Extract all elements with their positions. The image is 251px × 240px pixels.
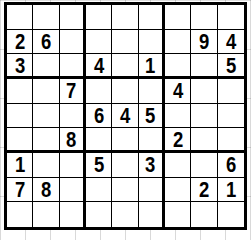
cell-r2c8[interactable]: 9 — [191, 30, 217, 55]
cell-r8c8[interactable]: 2 — [191, 178, 217, 203]
cell-r4c1[interactable] — [7, 79, 33, 104]
cell-r9c2[interactable] — [33, 202, 59, 227]
cell-r9c6[interactable] — [139, 202, 165, 227]
cell-r8c9[interactable]: 1 — [218, 178, 244, 203]
cell-r3c1[interactable]: 3 — [7, 54, 33, 79]
cell-r4c6[interactable] — [139, 79, 165, 104]
cell-r9c8[interactable] — [191, 202, 217, 227]
cell-r3c5[interactable] — [112, 54, 138, 79]
cell-r1c3[interactable] — [60, 5, 86, 30]
cell-r9c9[interactable] — [218, 202, 244, 227]
cell-r6c2[interactable] — [33, 128, 59, 153]
cell-r2c6[interactable] — [139, 30, 165, 55]
given-digit-r7c9: 6 — [226, 153, 236, 176]
cell-r2c2[interactable]: 6 — [33, 30, 59, 55]
given-digit-r8c9: 1 — [226, 178, 236, 201]
cell-r7c8[interactable] — [191, 153, 217, 178]
cell-r5c4[interactable]: 6 — [86, 104, 112, 129]
given-digit-r3c9: 5 — [226, 54, 236, 76]
given-digit-r5c6: 5 — [145, 104, 155, 127]
cell-r2c5[interactable] — [112, 30, 138, 55]
given-digit-r7c4: 5 — [94, 153, 104, 176]
cell-r5c1[interactable] — [7, 104, 33, 129]
cell-r8c1[interactable]: 7 — [7, 178, 33, 203]
cell-r3c7[interactable] — [165, 54, 191, 79]
given-digit-r3c4: 4 — [94, 54, 104, 76]
given-digit-r7c1: 1 — [15, 153, 25, 176]
cell-r1c5[interactable] — [112, 5, 138, 30]
given-digit-r6c7: 2 — [173, 128, 183, 150]
cell-r7c4[interactable]: 5 — [86, 153, 112, 178]
cell-r4c3[interactable]: 7 — [60, 79, 86, 104]
given-digit-r5c5: 4 — [120, 104, 130, 127]
cell-r2c3[interactable] — [60, 30, 86, 55]
cell-r1c6[interactable] — [139, 5, 165, 30]
cell-r7c2[interactable] — [33, 153, 59, 178]
cell-r8c4[interactable] — [86, 178, 112, 203]
spreadsheet-background: 26943415746458215367821 — [0, 0, 251, 240]
cell-r6c7[interactable]: 2 — [165, 128, 191, 153]
cell-r8c3[interactable] — [60, 178, 86, 203]
cell-r7c1[interactable]: 1 — [7, 153, 33, 178]
cell-r8c7[interactable] — [165, 178, 191, 203]
cell-r1c1[interactable] — [7, 5, 33, 30]
cell-r3c6[interactable]: 1 — [139, 54, 165, 79]
cell-r5c3[interactable] — [60, 104, 86, 129]
cell-r7c9[interactable]: 6 — [218, 153, 244, 178]
cell-r4c8[interactable] — [191, 79, 217, 104]
cell-r1c7[interactable] — [165, 5, 191, 30]
given-digit-r2c1: 2 — [15, 30, 25, 53]
cell-r1c8[interactable] — [191, 5, 217, 30]
cell-r5c7[interactable] — [165, 104, 191, 129]
cell-r1c4[interactable] — [86, 5, 112, 30]
cell-r8c6[interactable] — [139, 178, 165, 203]
cell-r6c8[interactable] — [191, 128, 217, 153]
given-digit-r3c1: 3 — [15, 54, 25, 76]
cell-r9c5[interactable] — [112, 202, 138, 227]
cell-r8c5[interactable] — [112, 178, 138, 203]
cell-r7c5[interactable] — [112, 153, 138, 178]
cell-r2c7[interactable] — [165, 30, 191, 55]
cell-r5c5[interactable]: 4 — [112, 104, 138, 129]
cell-r4c5[interactable] — [112, 79, 138, 104]
cell-r1c9[interactable] — [218, 5, 244, 30]
cell-r6c9[interactable] — [218, 128, 244, 153]
cell-r6c6[interactable] — [139, 128, 165, 153]
cell-r6c3[interactable]: 8 — [60, 128, 86, 153]
given-digit-r8c1: 7 — [15, 178, 25, 201]
cell-r3c4[interactable]: 4 — [86, 54, 112, 79]
cell-r9c1[interactable] — [7, 202, 33, 227]
cell-r4c4[interactable] — [86, 79, 112, 104]
cell-r1c2[interactable] — [33, 5, 59, 30]
cell-r4c9[interactable] — [218, 79, 244, 104]
cell-r6c5[interactable] — [112, 128, 138, 153]
cell-r4c7[interactable]: 4 — [165, 79, 191, 104]
given-digit-r6c3: 8 — [66, 128, 76, 150]
given-digit-r2c9: 4 — [226, 30, 236, 53]
cell-r5c8[interactable] — [191, 104, 217, 129]
cell-r3c2[interactable] — [33, 54, 59, 79]
cell-r6c4[interactable] — [86, 128, 112, 153]
given-digit-r3c6: 1 — [145, 54, 155, 76]
given-digit-r4c7: 4 — [173, 79, 183, 102]
cell-r3c9[interactable]: 5 — [218, 54, 244, 79]
cell-r6c1[interactable] — [7, 128, 33, 153]
cell-r9c3[interactable] — [60, 202, 86, 227]
cell-r2c1[interactable]: 2 — [7, 30, 33, 55]
cell-r2c9[interactable]: 4 — [218, 30, 244, 55]
cell-r3c8[interactable] — [191, 54, 217, 79]
cell-r2c4[interactable] — [86, 30, 112, 55]
cell-r5c2[interactable] — [33, 104, 59, 129]
given-digit-r5c4: 6 — [94, 104, 104, 127]
cell-r7c6[interactable]: 3 — [139, 153, 165, 178]
given-digit-r7c6: 3 — [145, 153, 155, 176]
given-digit-r8c2: 8 — [41, 178, 51, 201]
sudoku-board: 26943415746458215367821 — [4, 2, 247, 230]
cell-r5c6[interactable]: 5 — [139, 104, 165, 129]
given-digit-r8c8: 2 — [199, 178, 209, 201]
cell-r9c4[interactable] — [86, 202, 112, 227]
given-digit-r2c2: 6 — [41, 30, 51, 53]
cell-r4c2[interactable] — [33, 79, 59, 104]
cell-r5c9[interactable] — [218, 104, 244, 129]
cell-r3c3[interactable] — [60, 54, 86, 79]
cell-r7c3[interactable] — [60, 153, 86, 178]
given-digit-r2c8: 9 — [199, 30, 209, 53]
cell-r9c7[interactable] — [165, 202, 191, 227]
cell-r8c2[interactable]: 8 — [33, 178, 59, 203]
given-digit-r4c3: 7 — [66, 79, 76, 102]
cell-r7c7[interactable] — [165, 153, 191, 178]
